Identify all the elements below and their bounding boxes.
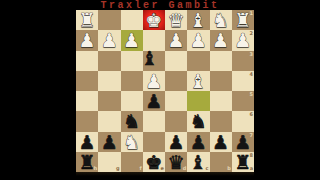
square-a7[interactable]: ♟7 <box>232 132 254 152</box>
square-a5[interactable]: 5 <box>232 91 254 111</box>
white-pawn-f2[interactable]: ♟ <box>123 30 140 50</box>
square-d7[interactable]: ♟ <box>165 132 187 152</box>
white-rook-a1[interactable]: ♜ <box>234 10 251 30</box>
square-a3[interactable]: 3 <box>232 51 254 71</box>
black-bishop-c8[interactable]: ♝ <box>190 152 207 172</box>
square-a6[interactable]: 6 <box>232 111 254 131</box>
square-c8[interactable]: ♝c <box>187 152 209 172</box>
square-d5[interactable] <box>165 91 187 111</box>
square-g7[interactable]: ♟ <box>98 132 120 152</box>
board-bottom-shadow <box>76 172 254 177</box>
black-pawn-d7[interactable]: ♟ <box>168 132 185 152</box>
black-pawn-a7[interactable]: ♟ <box>234 132 251 152</box>
square-h1[interactable]: ♜ <box>76 10 98 30</box>
square-e1[interactable]: ♚ <box>143 10 165 30</box>
square-f4[interactable] <box>121 71 143 91</box>
square-d3[interactable] <box>165 51 187 71</box>
square-h3[interactable] <box>76 51 98 71</box>
white-knight-b1[interactable]: ♞ <box>212 10 229 30</box>
square-b1[interactable]: ♞ <box>210 10 232 30</box>
square-h5[interactable] <box>76 91 98 111</box>
square-h2[interactable]: ♟ <box>76 30 98 50</box>
square-c2[interactable]: ♟ <box>187 30 209 50</box>
square-h7[interactable]: ♟ <box>76 132 98 152</box>
rank-label-6: 6 <box>250 112 253 117</box>
square-h8[interactable]: ♜h <box>76 152 98 172</box>
square-h4[interactable] <box>76 71 98 91</box>
square-d6[interactable] <box>165 111 187 131</box>
square-g3[interactable] <box>98 51 120 71</box>
black-pawn-g7[interactable]: ♟ <box>101 132 118 152</box>
square-g8[interactable]: g <box>98 152 120 172</box>
black-pawn-b7[interactable]: ♟ <box>212 132 229 152</box>
square-d4[interactable] <box>165 71 187 91</box>
square-f6[interactable]: ♞ <box>121 111 143 131</box>
white-pawn-b2[interactable]: ♟ <box>212 30 229 50</box>
square-h6[interactable] <box>76 111 98 131</box>
square-e6[interactable] <box>143 111 165 131</box>
black-pawn-c7[interactable]: ♟ <box>190 132 207 152</box>
square-b5[interactable] <box>210 91 232 111</box>
square-a4[interactable]: 4 <box>232 71 254 91</box>
square-b4[interactable] <box>210 71 232 91</box>
square-f3[interactable] <box>121 51 143 71</box>
square-e5[interactable]: ♟ <box>143 91 165 111</box>
file-label-f: f <box>140 166 142 171</box>
square-b8[interactable]: b <box>210 152 232 172</box>
black-knight-c6[interactable]: ♞ <box>190 111 207 131</box>
square-g4[interactable] <box>98 71 120 91</box>
square-g1[interactable] <box>98 10 120 30</box>
square-f2[interactable]: ♟ <box>121 30 143 50</box>
square-e4[interactable]: ♟ <box>143 71 165 91</box>
white-queen-d1[interactable]: ♛ <box>168 10 185 30</box>
square-f8[interactable]: f <box>121 152 143 172</box>
black-pawn-e5[interactable]: ♟ <box>145 91 162 111</box>
square-a2[interactable]: ♟2 <box>232 30 254 50</box>
square-f7[interactable]: ♞ <box>121 132 143 152</box>
square-b6[interactable] <box>210 111 232 131</box>
square-g6[interactable] <box>98 111 120 131</box>
black-rook-h8[interactable]: ♜ <box>79 152 96 172</box>
white-rook-h1[interactable]: ♜ <box>79 10 96 30</box>
white-pawn-c2[interactable]: ♟ <box>190 30 207 50</box>
black-bishop-e3[interactable]: ♝ <box>141 48 158 68</box>
white-bishop-c4[interactable]: ♝ <box>190 71 207 91</box>
black-king-e8[interactable]: ♚ <box>145 152 162 172</box>
black-pawn-h7[interactable]: ♟ <box>79 132 96 152</box>
white-bishop-c1[interactable]: ♝ <box>190 10 207 30</box>
rank-label-3: 3 <box>250 52 253 57</box>
square-e3[interactable]: ♝ <box>143 51 165 71</box>
file-label-g: g <box>116 166 120 171</box>
black-queen-d8[interactable]: ♛ <box>168 152 185 172</box>
square-d2[interactable]: ♟ <box>165 30 187 50</box>
white-pawn-g2[interactable]: ♟ <box>101 30 118 50</box>
square-b3[interactable] <box>210 51 232 71</box>
square-c6[interactable]: ♞ <box>187 111 209 131</box>
white-king-e1[interactable]: ♚ <box>145 10 162 30</box>
file-label-b: b <box>227 166 231 171</box>
square-b7[interactable]: ♟ <box>210 132 232 152</box>
white-pawn-e4[interactable]: ♟ <box>145 71 162 91</box>
square-d1[interactable]: ♛ <box>165 10 187 30</box>
square-d8[interactable]: ♛d <box>165 152 187 172</box>
square-c7[interactable]: ♟ <box>187 132 209 152</box>
square-e7[interactable] <box>143 132 165 152</box>
square-c4[interactable]: ♝ <box>187 71 209 91</box>
square-g2[interactable]: ♟ <box>98 30 120 50</box>
white-knight-f7[interactable]: ♞ <box>123 132 140 152</box>
square-c3[interactable] <box>187 51 209 71</box>
rank-label-5: 5 <box>250 92 253 97</box>
square-g5[interactable] <box>98 91 120 111</box>
square-e8[interactable]: ♚e <box>143 152 165 172</box>
black-knight-f6[interactable]: ♞ <box>123 111 140 131</box>
white-pawn-a2[interactable]: ♟ <box>234 30 251 50</box>
black-rook-a8[interactable]: ♜ <box>234 152 251 172</box>
white-pawn-h2[interactable]: ♟ <box>79 30 96 50</box>
square-c1[interactable]: ♝ <box>187 10 209 30</box>
video-frame: Traxler Gambit ♜♚♛♝♞♜1♟♟♟♟♟♟♟2♝3♟♝4♟5♞♞6… <box>0 0 320 180</box>
square-a1[interactable]: ♜1 <box>232 10 254 30</box>
square-b2[interactable]: ♟ <box>210 30 232 50</box>
square-f1[interactable] <box>121 10 143 30</box>
square-a8[interactable]: ♜8a <box>232 152 254 172</box>
chess-board: ♜♚♛♝♞♜1♟♟♟♟♟♟♟2♝3♟♝4♟5♞♞6♟♟♞♟♟♟♟7♜hgf♚e♛… <box>76 10 254 172</box>
rank-label-4: 4 <box>250 72 253 77</box>
square-c5[interactable] <box>187 91 209 111</box>
white-pawn-d2[interactable]: ♟ <box>168 30 185 50</box>
square-f5[interactable] <box>121 91 143 111</box>
